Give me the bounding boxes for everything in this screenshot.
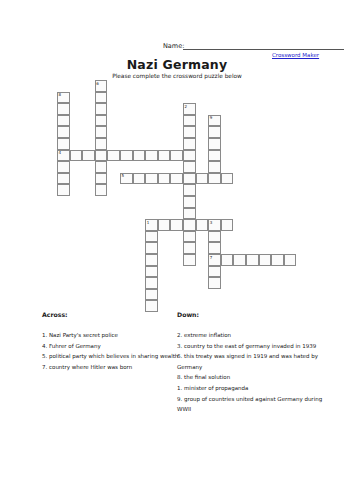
- grid-cell[interactable]: [95, 126, 108, 138]
- grid-cell[interactable]: 5: [120, 173, 133, 185]
- grid-cell[interactable]: [145, 150, 158, 162]
- grid-cell[interactable]: [120, 150, 133, 162]
- grid-cell[interactable]: [183, 138, 196, 150]
- grid-cell[interactable]: [170, 150, 183, 162]
- grid-cell[interactable]: [57, 173, 70, 185]
- grid-cell[interactable]: [183, 184, 196, 196]
- grid-cell[interactable]: [208, 126, 221, 138]
- grid-cell[interactable]: [95, 138, 108, 150]
- clue-number: 4: [59, 150, 62, 155]
- grid-cell[interactable]: [208, 277, 221, 289]
- grid-cell[interactable]: [170, 173, 183, 185]
- name-blank-line: [183, 49, 344, 50]
- grid-cell[interactable]: [221, 173, 234, 185]
- down-clue: 3. country to the east of germany invade…: [177, 341, 323, 352]
- grid-cell[interactable]: [246, 254, 259, 266]
- grid-cell[interactable]: [208, 266, 221, 278]
- grid-cell[interactable]: [95, 92, 108, 104]
- grid-cell[interactable]: [133, 173, 146, 185]
- grid-cell[interactable]: [57, 138, 70, 150]
- grid-cell[interactable]: [196, 173, 209, 185]
- down-clue: 9. group of countries united against Ger…: [177, 394, 323, 415]
- grid-cell[interactable]: [208, 138, 221, 150]
- grid-cell[interactable]: [183, 161, 196, 173]
- grid-cell[interactable]: [158, 173, 171, 185]
- grid-cell[interactable]: [183, 208, 196, 220]
- grid-cell[interactable]: [145, 173, 158, 185]
- clue-number: 6: [96, 81, 99, 86]
- grid-cell[interactable]: [95, 115, 108, 127]
- grid-cell[interactable]: [95, 150, 108, 162]
- grid-cell[interactable]: [95, 173, 108, 185]
- grid-cell[interactable]: [221, 254, 234, 266]
- grid-cell[interactable]: [57, 161, 70, 173]
- grid-cell[interactable]: [57, 103, 70, 115]
- grid-cell[interactable]: [57, 126, 70, 138]
- grid-cell[interactable]: [183, 231, 196, 243]
- grid-cell[interactable]: [145, 277, 158, 289]
- clue-number: 1: [147, 220, 150, 225]
- grid-cell[interactable]: [208, 242, 221, 254]
- grid-cell[interactable]: [183, 196, 196, 208]
- grid-cell[interactable]: [70, 150, 83, 162]
- grid-cell[interactable]: [57, 184, 70, 196]
- grid-cell[interactable]: 7: [208, 254, 221, 266]
- grid-cell[interactable]: [208, 161, 221, 173]
- grid-cell[interactable]: [271, 254, 284, 266]
- crossword-grid: 682945137: [57, 80, 296, 312]
- grid-cell[interactable]: [183, 126, 196, 138]
- grid-cell[interactable]: [145, 231, 158, 243]
- grid-cell[interactable]: [133, 150, 146, 162]
- grid-cell[interactable]: [259, 254, 272, 266]
- grid-cell[interactable]: [82, 150, 95, 162]
- down-header: Down:: [177, 311, 323, 318]
- grid-cell[interactable]: 1: [145, 219, 158, 231]
- grid-cell[interactable]: 6: [95, 80, 108, 92]
- down-clues: Down: 2. extreme inflation 3. country to…: [177, 311, 323, 415]
- grid-cell[interactable]: [183, 242, 196, 254]
- down-clue: 8. the final solution: [177, 372, 323, 383]
- grid-cell[interactable]: [107, 150, 120, 162]
- grid-cell[interactable]: [208, 150, 221, 162]
- grid-cell[interactable]: [196, 219, 209, 231]
- grid-cell[interactable]: 4: [57, 150, 70, 162]
- grid-cell[interactable]: [145, 242, 158, 254]
- grid-cell[interactable]: [158, 219, 171, 231]
- page-title: Nazi Germany: [0, 57, 354, 72]
- grid-cell[interactable]: [183, 150, 196, 162]
- clue-number: 9: [210, 115, 213, 120]
- grid-cell[interactable]: [284, 254, 297, 266]
- clue-number: 5: [122, 173, 125, 178]
- page-subtitle: Please complete the crossword puzzle bel…: [0, 73, 354, 79]
- down-clue: 1. minister of propaganda: [177, 383, 323, 394]
- grid-cell[interactable]: [145, 254, 158, 266]
- grid-cell[interactable]: [95, 103, 108, 115]
- clue-number: 2: [185, 104, 188, 109]
- grid-cell[interactable]: 8: [57, 92, 70, 104]
- clue-number: 8: [59, 92, 62, 97]
- name-label: Name:: [163, 42, 184, 50]
- grid-cell[interactable]: [145, 266, 158, 278]
- grid-cell[interactable]: [208, 231, 221, 243]
- grid-cell[interactable]: [208, 173, 221, 185]
- grid-cell[interactable]: 2: [183, 103, 196, 115]
- grid-cell[interactable]: 3: [208, 219, 221, 231]
- grid-cell[interactable]: [183, 115, 196, 127]
- grid-cell[interactable]: [183, 173, 196, 185]
- grid-cell[interactable]: [57, 115, 70, 127]
- grid-cell[interactable]: [183, 219, 196, 231]
- grid-cell[interactable]: [183, 254, 196, 266]
- grid-cell[interactable]: [95, 184, 108, 196]
- clue-number: 3: [210, 220, 213, 225]
- grid-cell[interactable]: [158, 150, 171, 162]
- grid-cell[interactable]: [221, 219, 234, 231]
- down-clue: 6. this treaty was signed in 1919 and wa…: [177, 351, 323, 372]
- clue-number: 7: [210, 255, 213, 260]
- grid-cell[interactable]: 9: [208, 115, 221, 127]
- grid-cell[interactable]: [95, 161, 108, 173]
- grid-cell[interactable]: [170, 219, 183, 231]
- grid-cell[interactable]: [233, 254, 246, 266]
- down-clue: 2. extreme inflation: [177, 330, 323, 341]
- worksheet-page: Name: Crossword Maker Nazi Germany Pleas…: [0, 0, 354, 500]
- grid-cell[interactable]: [145, 289, 158, 301]
